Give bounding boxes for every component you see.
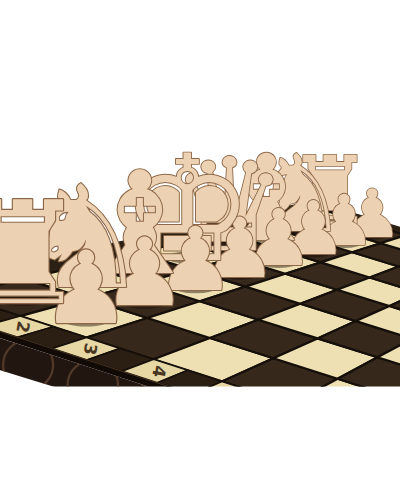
chess-board: 12345678♟♜♟♞♟♝♟♛♟♚♟♝♟♞♟♜	[0, 0, 400, 498]
piece-white-rook-a1[interactable]: ♜	[0, 171, 86, 337]
chess-set-photo: 12345678♟♜♟♞♟♝♟♛♟♚♟♝♟♞♟♜	[0, 0, 400, 498]
